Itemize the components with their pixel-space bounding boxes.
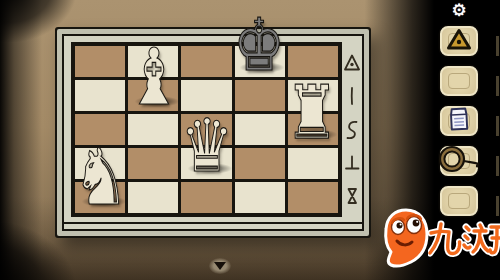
chess-board: ♚♝♜♛♞	[55, 27, 371, 238]
9game-watermark-text: 九游	[381, 204, 382, 205]
slot-tick	[496, 156, 499, 176]
board-square-r4c4	[235, 148, 285, 179]
board-square-r1c5	[288, 46, 338, 77]
note-packet-icon	[447, 106, 471, 137]
board-square-r5c3	[181, 182, 231, 213]
slot-tick	[496, 36, 499, 56]
frame-symbol-triangle-dot	[344, 53, 360, 73]
board-square-r1c1	[75, 46, 125, 77]
frame-symbol-perpendicular	[344, 153, 360, 173]
frame-symbol-hourglass	[344, 186, 360, 206]
inventory-slot-3-note-packet[interactable]	[440, 106, 478, 136]
board-square-r3c4	[235, 114, 285, 145]
board-square-r3c2	[128, 114, 178, 145]
inventory-slot-1-triangle-amulet[interactable]	[440, 26, 478, 56]
9game-logotype	[428, 217, 500, 261]
settings-gear-icon[interactable]: ⚙	[440, 0, 478, 20]
board-square-r4c5	[288, 148, 338, 179]
nav-down-arrow[interactable]	[214, 262, 226, 270]
board-square-r5c4	[235, 182, 285, 213]
board-square-r5c2	[128, 182, 178, 213]
board-square-r2c1	[75, 80, 125, 111]
game-screen: ♚♝♜♛♞ ⚙ 九游	[0, 0, 500, 280]
board-square-r4c3	[181, 148, 231, 179]
monocle-icon	[438, 145, 480, 177]
board-square-r1c4	[235, 46, 285, 77]
board-square-r3c3	[181, 114, 231, 145]
board-square-r5c5	[288, 182, 338, 213]
board-square-r3c1	[75, 114, 125, 145]
slot-tick	[496, 116, 499, 136]
inventory-slot-2-empty[interactable]	[440, 66, 478, 96]
board-square-r2c3	[181, 80, 231, 111]
board-square-r4c1	[75, 148, 125, 179]
9game-watermark: 九游	[381, 204, 500, 274]
frame-symbol-vertical-line	[344, 86, 360, 106]
board-square-r2c2	[128, 80, 178, 111]
board-square-r2c4	[235, 80, 285, 111]
board-square-r4c2	[128, 148, 178, 179]
slot-tick	[496, 76, 499, 96]
board-square-r3c5	[288, 114, 338, 145]
frame-symbol-s-curve	[344, 120, 360, 140]
board-square-r1c2	[128, 46, 178, 77]
board-square-r5c1	[75, 182, 125, 213]
board-square-r2c5	[288, 80, 338, 111]
board-squares	[75, 46, 338, 213]
board-tray-line	[64, 222, 362, 224]
board-square-r1c3	[181, 46, 231, 77]
inventory-slot-4-monocle[interactable]	[440, 146, 478, 176]
triangle-amulet-icon	[446, 28, 472, 55]
9game-mascot-icon	[381, 206, 431, 270]
